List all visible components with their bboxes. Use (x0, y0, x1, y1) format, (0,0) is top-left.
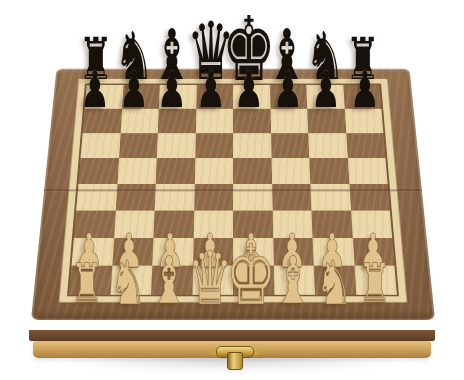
square-b5[interactable] (117, 158, 157, 184)
chess-set-photo: ♜♞♝♛♚♝♞♜♟♟♟♟♟♟♟♟♟♟♟♟♟♟♟♟♜♞♝♛♚♝♞♜ (0, 0, 464, 380)
piece-black-pawn-g7[interactable]: ♟ (311, 65, 341, 115)
piece-white-rook-h1[interactable]: ♜ (358, 257, 391, 311)
square-f4[interactable] (272, 184, 312, 211)
piece-black-pawn-c7[interactable]: ♟ (157, 65, 187, 115)
square-d6[interactable] (195, 133, 233, 158)
square-d5[interactable] (194, 158, 233, 184)
box-front-edge (29, 330, 435, 341)
square-f6[interactable] (271, 133, 310, 158)
piece-black-pawn-h7[interactable]: ♟ (349, 65, 379, 115)
piece-black-pawn-f7[interactable]: ♟ (272, 65, 302, 115)
hinge-seam (44, 190, 422, 192)
square-c6[interactable] (157, 133, 196, 158)
clasp-hasp (227, 352, 243, 370)
square-e6[interactable] (233, 133, 271, 158)
square-b6[interactable] (119, 133, 158, 158)
square-f5[interactable] (271, 158, 310, 184)
piece-white-king-e1[interactable]: ♚ (226, 234, 277, 317)
piece-black-pawn-d7[interactable]: ♟ (195, 65, 225, 115)
piece-white-rook-a1[interactable]: ♜ (71, 257, 104, 311)
square-g5[interactable] (309, 158, 349, 184)
piece-white-knight-b1[interactable]: ♞ (110, 252, 147, 313)
square-h5[interactable] (347, 158, 387, 184)
square-a4[interactable] (76, 184, 117, 211)
square-g4[interactable] (310, 184, 350, 211)
square-d4[interactable] (194, 184, 233, 211)
square-a6[interactable] (81, 133, 121, 158)
square-c4[interactable] (155, 184, 195, 211)
square-h4[interactable] (349, 184, 390, 211)
piece-black-pawn-a7[interactable]: ♟ (80, 65, 110, 115)
piece-white-bishop-f1[interactable]: ♝ (273, 248, 313, 313)
piece-white-bishop-c1[interactable]: ♝ (149, 248, 189, 313)
brass-clasp[interactable] (215, 344, 253, 372)
square-h6[interactable] (346, 133, 386, 158)
piece-white-knight-g1[interactable]: ♞ (315, 252, 352, 313)
square-e5[interactable] (233, 158, 272, 184)
piece-black-pawn-b7[interactable]: ♟ (118, 65, 148, 115)
square-e4[interactable] (233, 184, 272, 211)
square-b4[interactable] (115, 184, 155, 211)
square-a5[interactable] (78, 158, 118, 184)
square-c5[interactable] (156, 158, 195, 184)
square-g6[interactable] (308, 133, 347, 158)
piece-black-pawn-e7[interactable]: ♟ (234, 65, 264, 115)
